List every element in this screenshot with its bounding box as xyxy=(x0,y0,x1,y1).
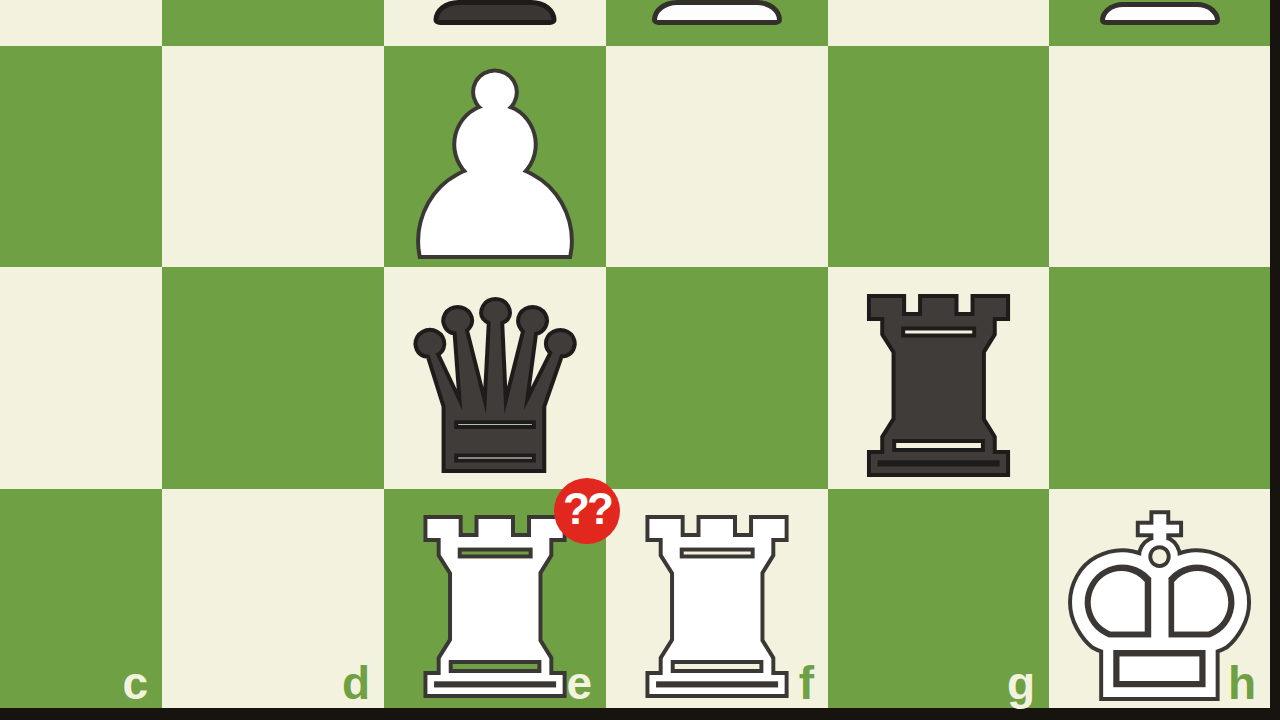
square-c4[interactable] xyxy=(0,0,162,46)
square-e3[interactable]: ♟ xyxy=(384,46,606,267)
chess-board: ♟♛♜cde♜f♜gh♚ xyxy=(0,0,1270,708)
cut-piece-base-h4[interactable] xyxy=(1100,2,1220,25)
blunder-badge: ?? xyxy=(554,478,620,544)
square-c2[interactable] xyxy=(0,267,162,489)
cut-piece-base-e4[interactable] xyxy=(434,0,557,25)
file-label-g: g xyxy=(1007,660,1035,706)
square-f4[interactable] xyxy=(606,0,828,46)
square-h2[interactable] xyxy=(1049,267,1270,489)
square-h3[interactable] xyxy=(1049,46,1270,267)
square-f1[interactable]: f♜ xyxy=(606,489,828,708)
square-e2[interactable]: ♛ xyxy=(384,267,606,489)
blunder-badge-label: ?? xyxy=(563,487,611,531)
white-king-h1[interactable]: ♚ xyxy=(1047,486,1271,720)
file-label-d: d xyxy=(342,660,370,706)
square-d1[interactable]: d xyxy=(162,489,384,708)
file-label-c: c xyxy=(122,660,148,706)
square-c1[interactable]: c xyxy=(0,489,162,708)
square-g4[interactable] xyxy=(828,0,1049,46)
square-f2[interactable] xyxy=(606,267,828,489)
square-f3[interactable] xyxy=(606,46,828,267)
cut-piece-base-f4[interactable] xyxy=(652,0,782,25)
square-c3[interactable] xyxy=(0,46,162,267)
white-rook-f1[interactable]: ♜ xyxy=(609,491,824,720)
black-rook-g2[interactable]: ♜ xyxy=(831,270,1046,510)
square-g3[interactable] xyxy=(828,46,1049,267)
square-d4[interactable] xyxy=(162,0,384,46)
square-d3[interactable] xyxy=(162,46,384,267)
square-h1[interactable]: h♚ xyxy=(1049,489,1270,708)
square-h4[interactable] xyxy=(1049,0,1270,46)
square-g2[interactable]: ♜ xyxy=(828,267,1049,489)
square-d2[interactable] xyxy=(162,267,384,489)
